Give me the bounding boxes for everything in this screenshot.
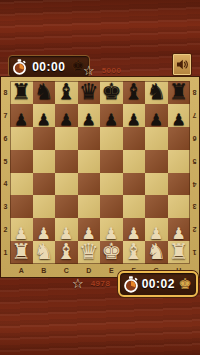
piece-white-knight: ♞: [146, 241, 166, 263]
square-g6[interactable]: [145, 127, 168, 150]
player-timer: 00:02: [141, 277, 176, 291]
square-a5[interactable]: [10, 150, 33, 173]
rank-label-right-8: 8: [190, 81, 199, 104]
square-e8[interactable]: ♚: [100, 81, 123, 104]
square-d8[interactable]: ♛: [78, 81, 101, 104]
square-h8[interactable]: ♜: [168, 81, 191, 104]
square-d5[interactable]: [78, 150, 101, 173]
piece-white-rook: ♜: [11, 241, 31, 263]
piece-white-pawn: ♟: [104, 226, 118, 242]
square-a7[interactable]: ♟: [10, 104, 33, 127]
square-a6[interactable]: [10, 127, 33, 150]
piece-black-pawn: ♟: [59, 112, 73, 128]
piece-black-bishop: ♝: [56, 81, 76, 103]
square-c2[interactable]: ♟: [55, 218, 78, 241]
rank-label-left-3: 3: [1, 195, 10, 218]
piece-black-bishop: ♝: [124, 81, 144, 103]
square-g8[interactable]: ♞: [145, 81, 168, 104]
square-d4[interactable]: [78, 173, 101, 196]
rank-label-right-2: 2: [190, 218, 199, 241]
stopwatch-icon: [13, 59, 26, 75]
square-f2[interactable]: ♟: [123, 218, 146, 241]
square-g3[interactable]: [145, 195, 168, 218]
square-b6[interactable]: [33, 127, 56, 150]
rank-label-left-1: 1: [1, 241, 10, 264]
square-e1[interactable]: ♚: [100, 241, 123, 264]
rank-label-right-7: 7: [190, 104, 199, 127]
opponent-timer: 00:00: [29, 60, 69, 74]
opponent-timer-panel: 00:00 ♚: [8, 55, 90, 78]
square-f4[interactable]: [123, 173, 146, 196]
square-f8[interactable]: ♝: [123, 81, 146, 104]
piece-white-king: ♚: [101, 241, 121, 263]
rank-label-left-5: 5: [1, 150, 10, 173]
rank-label-left-2: 2: [1, 218, 10, 241]
square-g5[interactable]: [145, 150, 168, 173]
square-b3[interactable]: [33, 195, 56, 218]
piece-white-pawn: ♟: [82, 226, 96, 242]
square-d1[interactable]: ♛: [78, 241, 101, 264]
rank-label-right-4: 4: [190, 173, 199, 196]
square-c8[interactable]: ♝: [55, 81, 78, 104]
file-label-b: B: [33, 267, 56, 274]
square-g2[interactable]: ♟: [145, 218, 168, 241]
square-c5[interactable]: [55, 150, 78, 173]
piece-black-pawn: ♟: [149, 112, 163, 128]
sound-button[interactable]: [172, 53, 192, 76]
piece-white-pawn: ♟: [14, 226, 28, 242]
piece-white-pawn: ♟: [149, 226, 163, 242]
piece-black-pawn: ♟: [82, 112, 96, 128]
square-f3[interactable]: [123, 195, 146, 218]
star-icon: ☆: [83, 64, 95, 77]
piece-white-pawn: ♟: [127, 226, 141, 242]
piece-black-queen: ♛: [79, 81, 99, 103]
piece-white-pawn: ♟: [172, 226, 186, 242]
square-h2[interactable]: ♟: [168, 218, 191, 241]
player-score: ☆ 4978: [72, 276, 110, 290]
square-d3[interactable]: [78, 195, 101, 218]
rank-label-right-5: 5: [190, 150, 199, 173]
square-b2[interactable]: ♟: [33, 218, 56, 241]
square-h6[interactable]: [168, 127, 191, 150]
square-e4[interactable]: [100, 173, 123, 196]
opponent-score: ☆ 5000: [83, 63, 121, 77]
piece-black-pawn: ♟: [104, 112, 118, 128]
square-b1[interactable]: ♞: [33, 241, 56, 264]
square-h4[interactable]: [168, 173, 191, 196]
rank-label-right-3: 3: [190, 195, 199, 218]
file-label-c: C: [55, 267, 78, 274]
square-b5[interactable]: [33, 150, 56, 173]
piece-black-pawn: ♟: [172, 112, 186, 128]
chess-board: 8♜♞♝♛♚♝♞♜87♟♟♟♟♟♟♟♟7665544332♟♟♟♟♟♟♟♟21♜…: [0, 76, 200, 278]
square-f7[interactable]: ♟: [123, 104, 146, 127]
rank-label-right-1: 1: [190, 241, 199, 264]
piece-white-bishop: ♝: [124, 241, 144, 263]
piece-white-knight: ♞: [34, 241, 54, 263]
square-d2[interactable]: ♟: [78, 218, 101, 241]
file-label-d: D: [78, 267, 101, 274]
game-screen: 00:00 ♚ ☆ 5000 8♜♞♝♛♚♝♞♜87♟♟♟♟♟♟♟♟766554…: [0, 0, 200, 355]
square-h5[interactable]: [168, 150, 191, 173]
square-d7[interactable]: ♟: [78, 104, 101, 127]
square-h7[interactable]: ♟: [168, 104, 191, 127]
rank-label-left-6: 6: [1, 127, 10, 150]
square-e6[interactable]: [100, 127, 123, 150]
square-c3[interactable]: [55, 195, 78, 218]
square-c4[interactable]: [55, 173, 78, 196]
piece-black-rook: ♜: [11, 81, 31, 103]
opponent-rating: 5000: [102, 66, 122, 75]
square-g4[interactable]: [145, 173, 168, 196]
piece-white-bishop: ♝: [56, 241, 76, 263]
square-b7[interactable]: ♟: [33, 104, 56, 127]
square-e7[interactable]: ♟: [100, 104, 123, 127]
piece-white-rook: ♜: [169, 241, 189, 263]
square-h3[interactable]: [168, 195, 191, 218]
piece-white-pawn: ♟: [37, 226, 51, 242]
piece-black-king: ♚: [101, 81, 121, 103]
square-c7[interactable]: ♟: [55, 104, 78, 127]
file-label-a: A: [10, 267, 33, 274]
rank-label-left-7: 7: [1, 104, 10, 127]
speaker-icon: [176, 58, 189, 71]
piece-black-rook: ♜: [169, 81, 189, 103]
square-e5[interactable]: [100, 150, 123, 173]
square-a8[interactable]: ♜: [10, 81, 33, 104]
square-b8[interactable]: ♞: [33, 81, 56, 104]
star-icon: ☆: [72, 277, 84, 290]
square-c6[interactable]: [55, 127, 78, 150]
stopwatch-icon: [124, 276, 138, 293]
square-f5[interactable]: [123, 150, 146, 173]
piece-black-pawn: ♟: [14, 112, 28, 128]
piece-black-pawn: ♟: [37, 112, 51, 128]
rank-label-left-8: 8: [1, 81, 10, 104]
rank-label-right-6: 6: [190, 127, 199, 150]
square-g7[interactable]: ♟: [145, 104, 168, 127]
piece-black-knight: ♞: [146, 81, 166, 103]
square-a3[interactable]: [10, 195, 33, 218]
square-a4[interactable]: [10, 173, 33, 196]
square-a1[interactable]: ♜: [10, 241, 33, 264]
piece-white-queen: ♛: [79, 241, 99, 263]
piece-black-pawn: ♟: [127, 112, 141, 128]
square-d6[interactable]: [78, 127, 101, 150]
player-timer-panel: 00:02 ♚: [118, 271, 198, 297]
piece-white-pawn: ♟: [59, 226, 73, 242]
square-e2[interactable]: ♟: [100, 218, 123, 241]
white-king-icon: ♚: [179, 277, 192, 292]
square-e3[interactable]: [100, 195, 123, 218]
square-f1[interactable]: ♝: [123, 241, 146, 264]
square-c1[interactable]: ♝: [55, 241, 78, 264]
square-f6[interactable]: [123, 127, 146, 150]
square-g1[interactable]: ♞: [145, 241, 168, 264]
square-h1[interactable]: ♜: [168, 241, 191, 264]
square-a2[interactable]: ♟: [10, 218, 33, 241]
square-b4[interactable]: [33, 173, 56, 196]
player-rating: 4978: [91, 279, 111, 288]
piece-black-knight: ♞: [34, 81, 54, 103]
rank-label-left-4: 4: [1, 173, 10, 196]
